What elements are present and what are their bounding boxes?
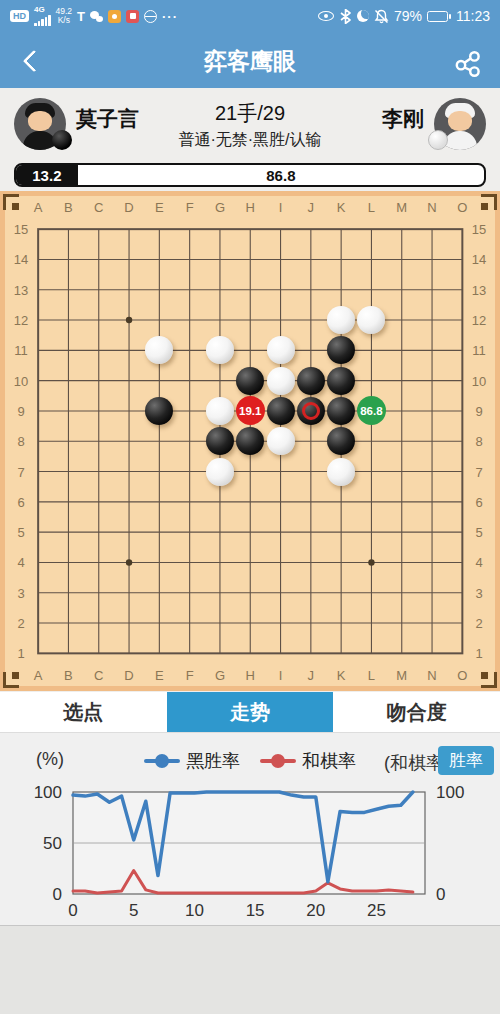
- coord-col-I-top: I: [279, 200, 283, 215]
- black-stone-E9: [145, 397, 173, 425]
- coord-col-O-bottom: O: [457, 668, 467, 683]
- svg-text:15: 15: [246, 901, 265, 920]
- white-stone-I10: [267, 367, 295, 395]
- coord-col-A-top: A: [34, 200, 43, 215]
- intersection-E2[interactable]: [144, 608, 174, 638]
- svg-text:50: 50: [43, 834, 62, 853]
- intersection-M11[interactable]: [387, 335, 417, 365]
- intersection-F7[interactable]: [174, 456, 204, 486]
- intersection-J11[interactable]: [296, 335, 326, 365]
- intersection-L1[interactable]: [356, 638, 386, 668]
- intersection-B2[interactable]: [53, 608, 83, 638]
- intersection-G10[interactable]: [205, 365, 235, 395]
- intersection-J2[interactable]: [296, 608, 326, 638]
- intersection-M9[interactable]: [387, 396, 417, 426]
- intersection-O4[interactable]: [447, 547, 477, 577]
- intersection-D6[interactable]: [114, 487, 144, 517]
- intersection-I14[interactable]: [265, 244, 295, 274]
- tab-trend[interactable]: 走势: [167, 692, 334, 732]
- intersection-E1[interactable]: [144, 638, 174, 668]
- intersection-L12[interactable]: [356, 305, 386, 335]
- intersection-E4[interactable]: [144, 547, 174, 577]
- intersection-M1[interactable]: [387, 638, 417, 668]
- coord-col-C-bottom: C: [94, 668, 103, 683]
- intersection-M10[interactable]: [387, 365, 417, 395]
- header: 弈客鹰眼: [0, 32, 500, 88]
- intersection-H11[interactable]: [235, 335, 265, 365]
- intersection-O3[interactable]: [447, 578, 477, 608]
- intersection-B7[interactable]: [53, 456, 83, 486]
- intersection-C4[interactable]: [84, 547, 114, 577]
- intersection-F13[interactable]: [174, 275, 204, 305]
- intersection-M14[interactable]: [387, 244, 417, 274]
- intersection-H3[interactable]: [235, 578, 265, 608]
- intersection-K5[interactable]: [326, 517, 356, 547]
- coord-row-13-right: 13: [472, 282, 486, 297]
- intersection-D1[interactable]: [114, 638, 144, 668]
- intersection-N13[interactable]: [417, 275, 447, 305]
- moon-icon: [357, 10, 369, 22]
- intersection-N11[interactable]: [417, 335, 447, 365]
- black-stone-K8: [327, 427, 355, 455]
- intersection-D7[interactable]: [114, 456, 144, 486]
- intersection-G13[interactable]: [205, 275, 235, 305]
- svg-text:0: 0: [68, 901, 77, 920]
- intersection-I2[interactable]: [265, 608, 295, 638]
- svg-text:0: 0: [436, 885, 445, 904]
- bluetooth-icon: [339, 9, 352, 24]
- intersection-E7[interactable]: [144, 456, 174, 486]
- intersection-K3[interactable]: [326, 578, 356, 608]
- coord-col-A-bottom: A: [34, 668, 43, 683]
- intersection-N1[interactable]: [417, 638, 447, 668]
- intersection-I15[interactable]: [265, 214, 295, 244]
- intersection-A1[interactable]: [23, 638, 53, 668]
- intersection-C6[interactable]: [84, 487, 114, 517]
- app-screen: HD 4G 49.2K/s T ···: [0, 0, 500, 1014]
- intersection-B12[interactable]: [53, 305, 83, 335]
- coord-row-14-right: 14: [472, 252, 486, 267]
- svg-text:10: 10: [185, 901, 204, 920]
- coord-row-3-left: 3: [17, 585, 24, 600]
- intersection-A6[interactable]: [23, 487, 53, 517]
- black-stone-I9: [267, 397, 295, 425]
- intersection-H7[interactable]: [235, 456, 265, 486]
- win-rate-bar: 13.2 86.8: [14, 163, 486, 187]
- coord-col-B-top: B: [64, 200, 73, 215]
- intersection-G12[interactable]: [205, 305, 235, 335]
- ai-mark-H9: 19.1: [236, 396, 265, 425]
- share-button[interactable]: [454, 50, 482, 78]
- intersection-E13[interactable]: [144, 275, 174, 305]
- intersection-D10[interactable]: [114, 365, 144, 395]
- intersection-I10[interactable]: [265, 365, 295, 395]
- white-stone-G11: [206, 336, 234, 364]
- intersection-K10[interactable]: [326, 365, 356, 395]
- intersection-L9[interactable]: 86.8: [356, 396, 386, 426]
- intersection-E14[interactable]: [144, 244, 174, 274]
- intersection-A9[interactable]: [23, 396, 53, 426]
- intersection-A2[interactable]: [23, 608, 53, 638]
- intersection-J5[interactable]: [296, 517, 326, 547]
- intersection-F6[interactable]: [174, 487, 204, 517]
- intersection-I9[interactable]: [265, 396, 295, 426]
- intersection-O9[interactable]: [447, 396, 477, 426]
- intersection-O8[interactable]: [447, 426, 477, 456]
- bell-off-icon: [374, 9, 389, 24]
- intersection-A4[interactable]: [23, 547, 53, 577]
- intersection-K2[interactable]: [326, 608, 356, 638]
- intersection-D3[interactable]: [114, 578, 144, 608]
- coord-col-G-top: G: [215, 200, 225, 215]
- intersection-N7[interactable]: [417, 456, 447, 486]
- intersection-G3[interactable]: [205, 578, 235, 608]
- signal-icon: 4G: [34, 6, 51, 26]
- svg-text:20: 20: [306, 901, 325, 920]
- intersection-C5[interactable]: [84, 517, 114, 547]
- intersection-F8[interactable]: [174, 426, 204, 456]
- white-stone-G7: [206, 458, 234, 486]
- coord-row-9-right: 9: [475, 403, 482, 418]
- svg-text:100: 100: [436, 783, 464, 802]
- intersection-G4[interactable]: [205, 547, 235, 577]
- intersection-C1[interactable]: [84, 638, 114, 668]
- coord-col-F-bottom: F: [186, 668, 194, 683]
- coord-col-J-top: J: [308, 200, 315, 215]
- intersection-B3[interactable]: [53, 578, 83, 608]
- intersection-B13[interactable]: [53, 275, 83, 305]
- intersection-C14[interactable]: [84, 244, 114, 274]
- intersection-I7[interactable]: [265, 456, 295, 486]
- intersection-G8[interactable]: [205, 426, 235, 456]
- intersection-N4[interactable]: [417, 547, 447, 577]
- intersection-I5[interactable]: [265, 517, 295, 547]
- intersection-M2[interactable]: [387, 608, 417, 638]
- intersection-H2[interactable]: [235, 608, 265, 638]
- intersection-G2[interactable]: [205, 608, 235, 638]
- intersection-M7[interactable]: [387, 456, 417, 486]
- white-player-name: 李刚: [382, 105, 424, 133]
- intersection-I13[interactable]: [265, 275, 295, 305]
- intersection-L5[interactable]: [356, 517, 386, 547]
- intersection-H5[interactable]: [235, 517, 265, 547]
- network-speed: 49.2K/s: [56, 7, 73, 26]
- intersection-G5[interactable]: [205, 517, 235, 547]
- intersection-H15[interactable]: [235, 214, 265, 244]
- intersection-M3[interactable]: [387, 578, 417, 608]
- intersection-C12[interactable]: [84, 305, 114, 335]
- ai-mark-L9: 86.8: [357, 396, 386, 425]
- wechat-icon: [90, 11, 103, 22]
- intersection-B15[interactable]: [53, 214, 83, 244]
- intersection-H13[interactable]: [235, 275, 265, 305]
- coord-row-15-right: 15: [472, 222, 486, 237]
- intersection-L10[interactable]: [356, 365, 386, 395]
- intersection-E10[interactable]: [144, 365, 174, 395]
- black-stone-K9: [327, 397, 355, 425]
- intersection-L4[interactable]: [356, 547, 386, 577]
- coord-col-L-bottom: L: [368, 668, 375, 683]
- coord-col-G-bottom: G: [215, 668, 225, 683]
- intersection-K7[interactable]: [326, 456, 356, 486]
- intersection-N15[interactable]: [417, 214, 447, 244]
- intersection-L2[interactable]: [356, 608, 386, 638]
- intersection-J6[interactable]: [296, 487, 326, 517]
- tab-bar: 选点 走势 吻合度: [0, 692, 500, 732]
- svg-text:0: 0: [53, 885, 62, 904]
- intersection-M4[interactable]: [387, 547, 417, 577]
- tab-match-rate[interactable]: 吻合度: [333, 692, 500, 732]
- coord-row-12-right: 12: [472, 313, 486, 328]
- intersection-J12[interactable]: [296, 305, 326, 335]
- status-bar: HD 4G 49.2K/s T ···: [0, 0, 500, 32]
- intersection-G6[interactable]: [205, 487, 235, 517]
- intersection-K12[interactable]: [326, 305, 356, 335]
- board-ornament-bottom-left: [3, 672, 19, 688]
- intersection-K11[interactable]: [326, 335, 356, 365]
- intersection-G7[interactable]: [205, 456, 235, 486]
- intersection-B4[interactable]: [53, 547, 83, 577]
- intersection-N5[interactable]: [417, 517, 447, 547]
- intersection-J4[interactable]: [296, 547, 326, 577]
- intersection-B11[interactable]: [53, 335, 83, 365]
- board-ornament-top-left: [3, 194, 19, 210]
- intersection-A8[interactable]: [23, 426, 53, 456]
- coord-col-M-bottom: M: [396, 668, 407, 683]
- intersection-O5[interactable]: [447, 517, 477, 547]
- intersection-C2[interactable]: [84, 608, 114, 638]
- t-icon: T: [77, 9, 85, 24]
- intersection-M8[interactable]: [387, 426, 417, 456]
- coord-row-10-left: 10: [14, 373, 28, 388]
- intersection-H6[interactable]: [235, 487, 265, 517]
- intersection-L13[interactable]: [356, 275, 386, 305]
- intersection-N9[interactable]: [417, 396, 447, 426]
- intersection-F4[interactable]: [174, 547, 204, 577]
- coord-row-5-left: 5: [17, 525, 24, 540]
- intersection-D5[interactable]: [114, 517, 144, 547]
- coord-col-H-bottom: H: [246, 668, 255, 683]
- intersection-L15[interactable]: [356, 214, 386, 244]
- intersection-J15[interactable]: [296, 214, 326, 244]
- intersection-C7[interactable]: [84, 456, 114, 486]
- intersection-L11[interactable]: [356, 335, 386, 365]
- win-rate-chart-section: (%) 黑胜率 和棋率 (和棋率) 胜率 1005001000051015202…: [0, 732, 500, 925]
- intersection-C10[interactable]: [84, 365, 114, 395]
- coord-row-13-left: 13: [14, 282, 28, 297]
- coord-col-N-bottom: N: [427, 668, 436, 683]
- intersection-N14[interactable]: [417, 244, 447, 274]
- hd-badge: HD: [10, 10, 29, 22]
- coord-row-11-left: 11: [14, 343, 28, 358]
- intersection-O2[interactable]: [447, 608, 477, 638]
- intersection-F3[interactable]: [174, 578, 204, 608]
- intersection-O7[interactable]: [447, 456, 477, 486]
- intersection-H1[interactable]: [235, 638, 265, 668]
- intersection-G1[interactable]: [205, 638, 235, 668]
- white-stone-K12: [327, 306, 355, 334]
- coord-row-3-right: 3: [475, 585, 482, 600]
- intersection-N12[interactable]: [417, 305, 447, 335]
- intersection-L3[interactable]: [356, 578, 386, 608]
- intersection-G9[interactable]: [205, 396, 235, 426]
- intersection-J9[interactable]: [296, 396, 326, 426]
- intersection-M12[interactable]: [387, 305, 417, 335]
- intersection-E5[interactable]: [144, 517, 174, 547]
- trend-chart[interactable]: 10050010000510152025: [0, 733, 500, 926]
- intersection-F14[interactable]: [174, 244, 204, 274]
- intersection-H14[interactable]: [235, 244, 265, 274]
- intersection-K13[interactable]: [326, 275, 356, 305]
- intersection-E8[interactable]: [144, 426, 174, 456]
- intersection-F5[interactable]: [174, 517, 204, 547]
- intersection-D9[interactable]: [114, 396, 144, 426]
- intersection-A3[interactable]: [23, 578, 53, 608]
- intersection-J1[interactable]: [296, 638, 326, 668]
- svg-text:100: 100: [34, 783, 62, 802]
- coord-col-M-top: M: [396, 200, 407, 215]
- intersection-J8[interactable]: [296, 426, 326, 456]
- intersection-N8[interactable]: [417, 426, 447, 456]
- intersection-J7[interactable]: [296, 456, 326, 486]
- intersection-E6[interactable]: [144, 487, 174, 517]
- intersection-C15[interactable]: [84, 214, 114, 244]
- coord-row-12-left: 12: [14, 313, 28, 328]
- intersection-L7[interactable]: [356, 456, 386, 486]
- intersection-I4[interactable]: [265, 547, 295, 577]
- intersection-I3[interactable]: [265, 578, 295, 608]
- coord-col-O-top: O: [457, 200, 467, 215]
- intersection-J13[interactable]: [296, 275, 326, 305]
- intersection-C11[interactable]: [84, 335, 114, 365]
- intersection-L8[interactable]: [356, 426, 386, 456]
- intersection-K15[interactable]: [326, 214, 356, 244]
- intersection-K14[interactable]: [326, 244, 356, 274]
- intersection-H10[interactable]: [235, 365, 265, 395]
- coord-row-4-left: 4: [17, 555, 24, 570]
- intersection-I8[interactable]: [265, 426, 295, 456]
- intersection-G15[interactable]: [205, 214, 235, 244]
- intersection-F1[interactable]: [174, 638, 204, 668]
- intersection-O6[interactable]: [447, 487, 477, 517]
- intersection-H12[interactable]: [235, 305, 265, 335]
- intersection-D2[interactable]: [114, 608, 144, 638]
- coord-col-F-top: F: [186, 200, 194, 215]
- coord-col-J-bottom: J: [308, 668, 315, 683]
- intersection-F11[interactable]: [174, 335, 204, 365]
- coord-row-6-right: 6: [475, 494, 482, 509]
- intersection-B5[interactable]: [53, 517, 83, 547]
- intersection-E3[interactable]: [144, 578, 174, 608]
- intersection-F9[interactable]: [174, 396, 204, 426]
- status-right: 79% 11:23: [318, 8, 490, 24]
- intersection-C9[interactable]: [84, 396, 114, 426]
- intersection-N6[interactable]: [417, 487, 447, 517]
- intersection-D11[interactable]: [114, 335, 144, 365]
- intersection-N10[interactable]: [417, 365, 447, 395]
- intersection-H9[interactable]: 19.1: [235, 396, 265, 426]
- intersection-B1[interactable]: [53, 638, 83, 668]
- intersection-K4[interactable]: [326, 547, 356, 577]
- gomoku-board: 19.186.8 AABBCCDDEEFFGGHHIIJJKKLLMMNNOO1…: [0, 191, 500, 691]
- intersection-K9[interactable]: [326, 396, 356, 426]
- intersection-A7[interactable]: [23, 456, 53, 486]
- intersection-I12[interactable]: [265, 305, 295, 335]
- intersection-M13[interactable]: [387, 275, 417, 305]
- intersection-N3[interactable]: [417, 578, 447, 608]
- tab-candidate-points[interactable]: 选点: [0, 692, 167, 732]
- intersection-D13[interactable]: [114, 275, 144, 305]
- intersection-M6[interactable]: [387, 487, 417, 517]
- intersection-I6[interactable]: [265, 487, 295, 517]
- intersection-D4[interactable]: [114, 547, 144, 577]
- intersection-L6[interactable]: [356, 487, 386, 517]
- intersection-B10[interactable]: [53, 365, 83, 395]
- intersection-B8[interactable]: [53, 426, 83, 456]
- intersection-I11[interactable]: [265, 335, 295, 365]
- coord-row-5-right: 5: [475, 525, 482, 540]
- intersection-N2[interactable]: [417, 608, 447, 638]
- intersection-E11[interactable]: [144, 335, 174, 365]
- white-stone-G9: [206, 397, 234, 425]
- intersection-O1[interactable]: [447, 638, 477, 668]
- intersection-J10[interactable]: [296, 365, 326, 395]
- intersection-B9[interactable]: [53, 396, 83, 426]
- white-stone-I11: [267, 336, 295, 364]
- coord-row-15-left: 15: [14, 222, 28, 237]
- intersection-A5[interactable]: [23, 517, 53, 547]
- coord-col-D-top: D: [124, 200, 133, 215]
- coord-col-I-bottom: I: [279, 668, 283, 683]
- white-stone-badge: [428, 130, 448, 150]
- intersection-B6[interactable]: [53, 487, 83, 517]
- intersection-M5[interactable]: [387, 517, 417, 547]
- intersection-E12[interactable]: [144, 305, 174, 335]
- intersection-B14[interactable]: [53, 244, 83, 274]
- intersection-G14[interactable]: [205, 244, 235, 274]
- intersection-F15[interactable]: [174, 214, 204, 244]
- intersection-K6[interactable]: [326, 487, 356, 517]
- intersection-C3[interactable]: [84, 578, 114, 608]
- intersection-D15[interactable]: [114, 214, 144, 244]
- intersection-G11[interactable]: [205, 335, 235, 365]
- intersection-H8[interactable]: [235, 426, 265, 456]
- intersection-E15[interactable]: [144, 214, 174, 244]
- intersection-F12[interactable]: [174, 305, 204, 335]
- intersection-E9[interactable]: [144, 396, 174, 426]
- intersection-F2[interactable]: [174, 608, 204, 638]
- intersection-D12[interactable]: [114, 305, 144, 335]
- intersection-F10[interactable]: [174, 365, 204, 395]
- intersection-K8[interactable]: [326, 426, 356, 456]
- coord-row-4-right: 4: [475, 555, 482, 570]
- intersection-M15[interactable]: [387, 214, 417, 244]
- intersection-K1[interactable]: [326, 638, 356, 668]
- intersection-L14[interactable]: [356, 244, 386, 274]
- coord-row-2-left: 2: [17, 616, 24, 631]
- intersection-D8[interactable]: [114, 426, 144, 456]
- intersection-C8[interactable]: [84, 426, 114, 456]
- intersection-D14[interactable]: [114, 244, 144, 274]
- win-bar-white: 86.8: [78, 165, 484, 185]
- intersection-I1[interactable]: [265, 638, 295, 668]
- intersection-J3[interactable]: [296, 578, 326, 608]
- orange-app-icon: [108, 10, 121, 23]
- intersection-H4[interactable]: [235, 547, 265, 577]
- intersection-J14[interactable]: [296, 244, 326, 274]
- coord-row-8-left: 8: [17, 434, 24, 449]
- intersection-C13[interactable]: [84, 275, 114, 305]
